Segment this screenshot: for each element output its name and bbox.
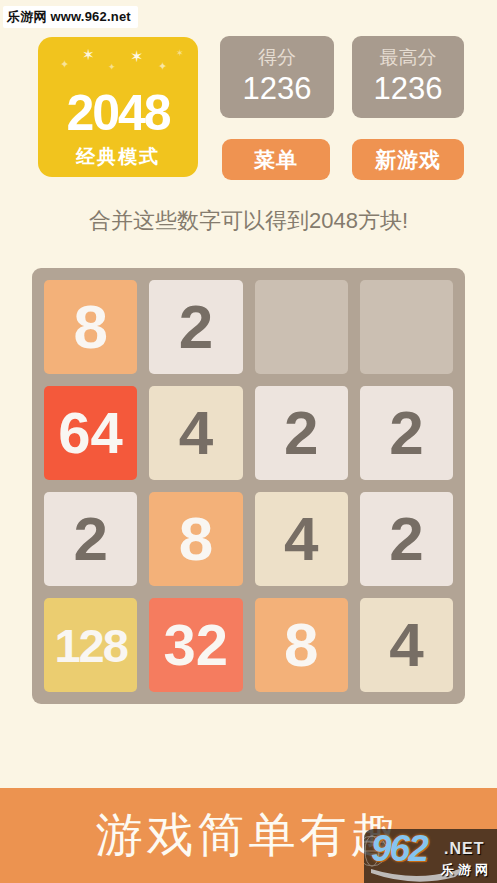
game-logo: ✦✶✦✶✦✶ 2048 经典模式 xyxy=(38,37,198,177)
board[interactable]: 826442228421283284 xyxy=(32,268,465,704)
watermark-net-text: .NET xyxy=(444,840,484,858)
tile-4: 4 xyxy=(360,598,453,692)
logo-title: 2048 xyxy=(38,87,198,140)
best-score-box: 最高分 1236 xyxy=(352,36,464,118)
new-game-button[interactable]: 新游戏 xyxy=(352,139,464,180)
tile-2: 2 xyxy=(360,386,453,480)
stars-decoration: ✦✶✦✶✦✶ xyxy=(38,37,198,92)
star-icon: ✦ xyxy=(158,61,167,72)
watermark-962net: 962 .NET 乐游网 xyxy=(364,829,497,883)
goal-instruction: 合并这些数字可以得到2048方块! xyxy=(0,206,497,236)
logo-subtitle: 经典模式 xyxy=(38,144,198,170)
empty-cell xyxy=(360,280,453,374)
star-icon: ✶ xyxy=(82,47,95,62)
tile-2: 2 xyxy=(360,492,453,586)
tile-2: 2 xyxy=(44,492,137,586)
best-score-value: 1236 xyxy=(374,70,443,107)
star-icon: ✦ xyxy=(108,63,116,72)
tile-8: 8 xyxy=(149,492,242,586)
tile-4: 4 xyxy=(149,386,242,480)
watermark-962-text: 962 xyxy=(371,830,427,867)
watermark-site-text: 乐游网 xyxy=(441,861,492,879)
tile-32: 32 xyxy=(149,598,242,692)
tile-8: 8 xyxy=(44,280,137,374)
site-banner: 乐游网 www.962.net xyxy=(3,6,138,28)
menu-button[interactable]: 菜单 xyxy=(222,139,330,180)
tile-2: 2 xyxy=(255,386,348,480)
best-score-label: 最高分 xyxy=(380,47,437,70)
tile-4: 4 xyxy=(255,492,348,586)
score-label: 得分 xyxy=(258,47,296,70)
star-icon: ✶ xyxy=(176,49,184,58)
tile-8: 8 xyxy=(255,598,348,692)
tile-128: 128 xyxy=(44,598,137,692)
score-value: 1236 xyxy=(243,70,312,107)
star-icon: ✦ xyxy=(60,59,69,70)
empty-cell xyxy=(255,280,348,374)
star-icon: ✶ xyxy=(130,49,143,65)
app-screen: 乐游网 www.962.net ✦✶✦✶✦✶ 2048 经典模式 得分 1236… xyxy=(0,0,497,883)
tile-2: 2 xyxy=(149,280,242,374)
tile-64: 64 xyxy=(44,386,137,480)
score-box: 得分 1236 xyxy=(220,36,334,118)
footer-slogan: 游戏简单有趣 xyxy=(96,804,402,867)
